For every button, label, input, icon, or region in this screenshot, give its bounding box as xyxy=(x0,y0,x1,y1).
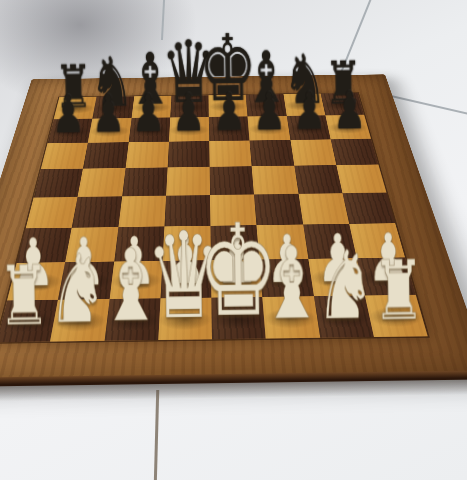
square-a5[interactable] xyxy=(34,169,83,198)
black-pawn-f7[interactable]: ♟ xyxy=(252,85,286,138)
black-pawn-c7[interactable]: ♟ xyxy=(131,87,165,140)
square-h1[interactable]: ♜ xyxy=(365,295,428,337)
square-b6[interactable] xyxy=(83,142,128,169)
square-f5[interactable] xyxy=(252,166,298,195)
square-b5[interactable] xyxy=(78,168,126,197)
white-knight-g1[interactable]: ♞ xyxy=(314,238,376,333)
square-g6[interactable] xyxy=(290,139,336,165)
black-pawn-e7[interactable]: ♟ xyxy=(212,86,246,139)
square-f7[interactable]: ♟ xyxy=(248,116,290,140)
square-b7[interactable]: ♟ xyxy=(88,118,131,142)
square-e5[interactable] xyxy=(210,166,254,195)
square-d5[interactable] xyxy=(166,167,210,196)
square-f1[interactable]: ♝ xyxy=(263,296,320,338)
square-c6[interactable] xyxy=(125,141,169,167)
chess-board[interactable]: ♜♞♝♛♚♝♞♜♟♟♟♟♟♟♟♟♟♟♟♟♟♟♟♟♜♞♝♛♚♝♞♜ xyxy=(0,74,467,385)
square-g1[interactable]: ♞ xyxy=(314,295,374,337)
white-rook-a1[interactable]: ♜ xyxy=(0,255,51,338)
white-rook-h1[interactable]: ♜ xyxy=(372,250,426,333)
black-pawn-g7[interactable]: ♟ xyxy=(292,85,326,138)
square-h7[interactable]: ♟ xyxy=(325,115,371,139)
square-c7[interactable]: ♟ xyxy=(128,118,170,142)
square-h6[interactable] xyxy=(330,139,378,165)
square-g7[interactable]: ♟ xyxy=(287,115,331,139)
square-e1[interactable]: ♚ xyxy=(211,297,265,339)
photo-scene: ♜♞♝♛♚♝♞♜♟♟♟♟♟♟♟♟♟♟♟♟♟♟♟♟♜♞♝♛♚♝♞♜ xyxy=(0,0,467,480)
square-d7[interactable]: ♟ xyxy=(169,117,209,141)
black-pawn-h7[interactable]: ♟ xyxy=(333,84,367,137)
board-perspective-wrap: ♜♞♝♛♚♝♞♜♟♟♟♟♟♟♟♟♟♟♟♟♟♟♟♟♜♞♝♛♚♝♞♜ xyxy=(0,0,429,414)
black-pawn-d7[interactable]: ♟ xyxy=(172,86,206,139)
square-h5[interactable] xyxy=(336,164,386,193)
square-e7[interactable]: ♟ xyxy=(209,117,250,141)
black-pawn-b7[interactable]: ♟ xyxy=(91,87,125,140)
board-squares: ♜♞♝♛♚♝♞♜♟♟♟♟♟♟♟♟♟♟♟♟♟♟♟♟♜♞♝♛♚♝♞♜ xyxy=(0,93,428,342)
black-pawn-a7[interactable]: ♟ xyxy=(51,88,85,141)
square-a6[interactable] xyxy=(41,143,88,170)
square-c5[interactable] xyxy=(122,167,168,196)
square-e6[interactable] xyxy=(209,140,252,166)
square-f6[interactable] xyxy=(250,140,294,166)
square-d6[interactable] xyxy=(167,141,209,167)
square-g5[interactable] xyxy=(294,165,342,194)
